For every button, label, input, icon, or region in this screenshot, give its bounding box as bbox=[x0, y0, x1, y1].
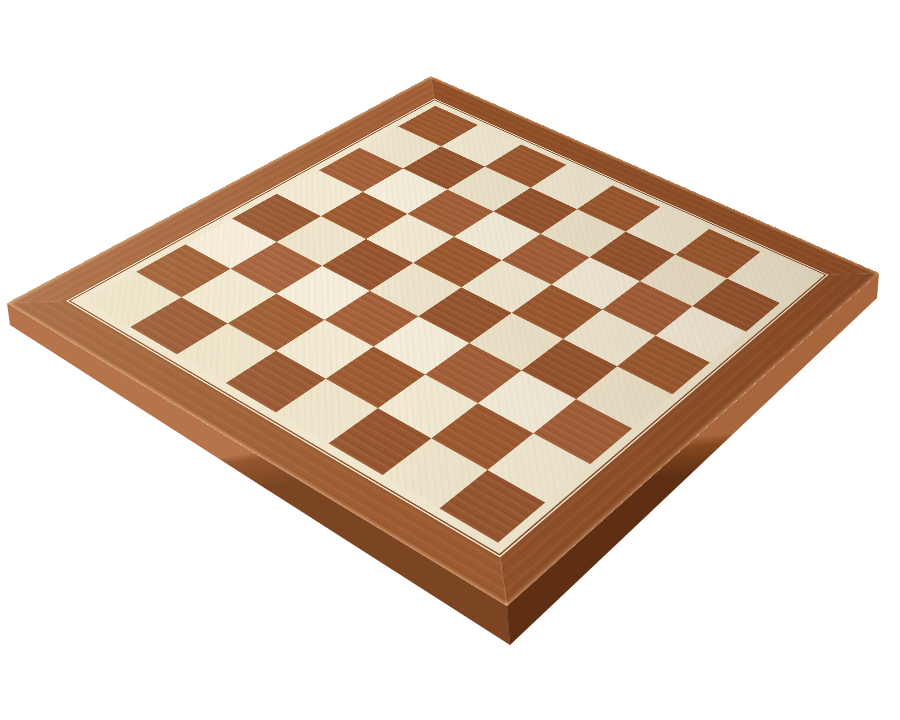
product-photo-stage bbox=[0, 0, 900, 720]
